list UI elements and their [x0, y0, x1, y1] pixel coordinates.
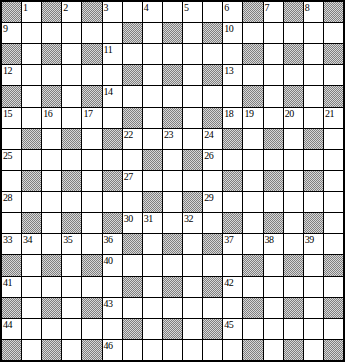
block-cell	[243, 86, 262, 106]
grid-cell[interactable]: 10	[223, 23, 242, 43]
grid-cell[interactable]	[42, 65, 61, 85]
grid-cell[interactable]: 14	[103, 86, 122, 106]
grid-cell[interactable]: 11	[103, 44, 122, 64]
grid-cell[interactable]	[22, 298, 41, 318]
grid-cell[interactable]	[284, 171, 303, 191]
grid-cell[interactable]	[163, 44, 182, 64]
grid-cell[interactable]	[284, 192, 303, 212]
clue-number: 42	[224, 277, 233, 288]
clue-number: 16	[43, 108, 52, 119]
clue-number: 19	[244, 108, 253, 119]
grid-cell[interactable]	[143, 86, 162, 106]
block-cell	[284, 2, 303, 22]
grid-cell[interactable]: 46	[103, 340, 122, 360]
block-cell	[324, 298, 343, 318]
block-cell	[62, 129, 81, 149]
grid-cell[interactable]	[123, 298, 142, 318]
block-cell	[243, 255, 262, 275]
grid-cell[interactable]: 17	[82, 108, 101, 128]
grid-cell[interactable]: 19	[243, 108, 262, 128]
grid-cell[interactable]	[264, 23, 283, 43]
grid-cell[interactable]: 28	[2, 192, 21, 212]
grid-cell[interactable]	[264, 108, 283, 128]
clue-number: 11	[104, 44, 113, 55]
grid-cell[interactable]	[163, 171, 182, 191]
grid-cell[interactable]: 44	[2, 319, 21, 339]
clue-number: 12	[3, 65, 12, 76]
grid-cell[interactable]	[243, 171, 262, 191]
block-cell	[143, 150, 162, 170]
clue-number: 34	[23, 234, 32, 245]
grid-cell[interactable]	[42, 150, 61, 170]
grid-cell[interactable]	[22, 319, 41, 339]
block-cell	[143, 192, 162, 212]
grid-cell[interactable]	[22, 44, 41, 64]
block-cell	[2, 44, 21, 64]
block-cell	[203, 23, 222, 43]
grid-cell[interactable]	[163, 150, 182, 170]
grid-cell[interactable]	[223, 298, 242, 318]
grid-cell[interactable]	[143, 23, 162, 43]
grid-cell[interactable]: 15	[2, 108, 21, 128]
grid-cell[interactable]	[304, 150, 323, 170]
grid-cell[interactable]	[264, 192, 283, 212]
grid-cell[interactable]	[324, 277, 343, 297]
grid-cell[interactable]	[123, 192, 142, 212]
clue-number: 25	[3, 150, 12, 161]
block-cell	[223, 171, 242, 191]
block-cell	[324, 2, 343, 22]
block-cell	[304, 213, 323, 233]
grid-cell[interactable]	[203, 171, 222, 191]
grid-cell[interactable]	[324, 65, 343, 85]
grid-cell[interactable]	[264, 65, 283, 85]
grid-cell[interactable]	[82, 213, 101, 233]
grid-cell[interactable]	[304, 192, 323, 212]
clue-number: 38	[265, 234, 274, 245]
grid-cell[interactable]	[304, 340, 323, 360]
clue-number: 41	[3, 277, 12, 288]
grid-cell[interactable]	[103, 23, 122, 43]
block-cell	[223, 129, 242, 149]
grid-cell[interactable]	[264, 340, 283, 360]
grid-cell[interactable]	[22, 108, 41, 128]
clue-number: 6	[224, 2, 229, 13]
grid-cell[interactable]	[304, 298, 323, 318]
grid-cell[interactable]	[324, 213, 343, 233]
clue-number: 36	[104, 234, 113, 245]
grid-cell[interactable]	[123, 340, 142, 360]
grid-cell[interactable]	[324, 129, 343, 149]
clue-number: 30	[124, 213, 133, 224]
grid-cell[interactable]: 20	[284, 108, 303, 128]
clue-number: 7	[265, 2, 270, 13]
grid-cell[interactable]	[62, 23, 81, 43]
grid-cell[interactable]	[62, 86, 81, 106]
grid-cell[interactable]: 8	[304, 2, 323, 22]
grid-cell[interactable]	[243, 150, 262, 170]
grid-cell[interactable]	[62, 277, 81, 297]
grid-cell[interactable]	[324, 234, 343, 254]
grid-cell[interactable]	[264, 44, 283, 64]
block-cell	[123, 108, 142, 128]
grid-cell[interactable]	[223, 340, 242, 360]
grid-cell[interactable]	[82, 192, 101, 212]
grid-cell[interactable]	[82, 171, 101, 191]
grid-cell[interactable]: 21	[324, 108, 343, 128]
block-cell	[123, 65, 142, 85]
grid-cell[interactable]: 13	[223, 65, 242, 85]
grid-cell[interactable]	[103, 192, 122, 212]
grid-cell[interactable]	[143, 319, 162, 339]
grid-cell[interactable]	[183, 44, 202, 64]
block-cell	[123, 319, 142, 339]
grid-cell[interactable]: 7	[264, 2, 283, 22]
grid-cell[interactable]	[103, 108, 122, 128]
block-cell	[243, 44, 262, 64]
block-cell	[42, 2, 61, 22]
block-cell	[22, 213, 41, 233]
grid-cell[interactable]	[223, 86, 242, 106]
grid-cell[interactable]: 40	[103, 255, 122, 275]
grid-cell[interactable]	[264, 277, 283, 297]
grid-cell[interactable]	[42, 277, 61, 297]
grid-cell[interactable]	[143, 129, 162, 149]
block-cell	[123, 23, 142, 43]
block-cell	[2, 86, 21, 106]
grid-cell[interactable]	[22, 150, 41, 170]
block-cell	[103, 129, 122, 149]
grid-cell[interactable]	[22, 23, 41, 43]
block-cell	[163, 277, 182, 297]
grid-cell[interactable]: 43	[103, 298, 122, 318]
clue-number: 13	[224, 65, 233, 76]
grid-cell[interactable]	[324, 192, 343, 212]
grid-cell[interactable]	[62, 319, 81, 339]
grid-cell[interactable]	[82, 319, 101, 339]
grid-cell[interactable]: 24	[203, 129, 222, 149]
grid-cell[interactable]	[324, 319, 343, 339]
grid-cell[interactable]	[243, 23, 262, 43]
grid-cell[interactable]	[143, 340, 162, 360]
grid-cell[interactable]: 9	[2, 23, 21, 43]
grid-cell[interactable]	[183, 23, 202, 43]
grid-cell[interactable]	[42, 234, 61, 254]
grid-cell[interactable]: 5	[183, 2, 202, 22]
block-cell	[284, 255, 303, 275]
grid-cell[interactable]: 2	[62, 2, 81, 22]
block-cell	[304, 171, 323, 191]
grid-cell[interactable]	[243, 277, 262, 297]
grid-cell[interactable]	[163, 298, 182, 318]
grid-cell[interactable]	[183, 65, 202, 85]
grid-cell[interactable]	[203, 340, 222, 360]
grid-cell[interactable]	[243, 129, 262, 149]
grid-cell[interactable]	[264, 298, 283, 318]
block-cell	[183, 192, 202, 212]
block-cell	[243, 2, 262, 22]
grid-cell[interactable]	[304, 108, 323, 128]
grid-cell[interactable]	[123, 150, 142, 170]
grid-cell[interactable]: 33	[2, 234, 21, 254]
clue-number: 22	[124, 129, 133, 140]
block-cell	[324, 340, 343, 360]
grid-cell[interactable]	[62, 192, 81, 212]
grid-cell[interactable]: 6	[223, 2, 242, 22]
grid-cell[interactable]	[163, 86, 182, 106]
grid-cell[interactable]	[304, 65, 323, 85]
grid-cell[interactable]	[183, 277, 202, 297]
grid-cell[interactable]	[223, 255, 242, 275]
grid-cell[interactable]	[183, 255, 202, 275]
grid-cell[interactable]	[183, 234, 202, 254]
grid-cell[interactable]	[243, 319, 262, 339]
grid-cell[interactable]	[264, 86, 283, 106]
grid-cell[interactable]	[203, 86, 222, 106]
block-cell	[203, 108, 222, 128]
grid-cell[interactable]	[243, 65, 262, 85]
grid-cell[interactable]	[163, 213, 182, 233]
grid-cell[interactable]	[143, 234, 162, 254]
grid-cell[interactable]	[42, 129, 61, 149]
grid-cell[interactable]	[304, 319, 323, 339]
block-cell	[82, 340, 101, 360]
grid-cell[interactable]	[42, 213, 61, 233]
block-cell	[82, 2, 101, 22]
grid-cell[interactable]	[163, 340, 182, 360]
grid-cell[interactable]	[82, 277, 101, 297]
grid-cell[interactable]	[163, 192, 182, 212]
block-cell	[82, 44, 101, 64]
clue-number: 28	[3, 192, 12, 203]
grid-cell[interactable]	[143, 108, 162, 128]
grid-cell[interactable]: 25	[2, 150, 21, 170]
clue-number: 2	[63, 2, 68, 13]
grid-cell[interactable]: 45	[223, 319, 242, 339]
block-cell	[103, 213, 122, 233]
grid-cell[interactable]	[123, 44, 142, 64]
grid-cell[interactable]: 16	[42, 108, 61, 128]
grid-cell[interactable]	[264, 150, 283, 170]
grid-cell[interactable]	[22, 65, 41, 85]
grid-cell[interactable]: 30	[123, 213, 142, 233]
grid-cell[interactable]	[42, 23, 61, 43]
clue-number: 37	[224, 234, 233, 245]
block-cell	[264, 171, 283, 191]
grid-cell[interactable]	[22, 277, 41, 297]
block-cell	[264, 213, 283, 233]
grid-cell[interactable]	[82, 129, 101, 149]
grid-cell[interactable]	[143, 44, 162, 64]
grid-cell[interactable]: 26	[203, 150, 222, 170]
grid-cell[interactable]: 39	[304, 234, 323, 254]
grid-cell[interactable]	[22, 192, 41, 212]
grid-cell[interactable]	[243, 213, 262, 233]
grid-cell[interactable]: 3	[103, 2, 122, 22]
grid-cell[interactable]	[82, 65, 101, 85]
grid-cell[interactable]	[143, 65, 162, 85]
grid-cell[interactable]	[42, 319, 61, 339]
grid-cell[interactable]	[203, 44, 222, 64]
grid-cell[interactable]	[82, 150, 101, 170]
grid-cell[interactable]	[103, 65, 122, 85]
block-cell	[103, 171, 122, 191]
grid-cell[interactable]	[2, 213, 21, 233]
grid-cell[interactable]	[243, 234, 262, 254]
grid-cell[interactable]: 35	[62, 234, 81, 254]
grid-cell[interactable]	[42, 171, 61, 191]
grid-cell[interactable]	[123, 255, 142, 275]
block-cell	[42, 298, 61, 318]
grid-cell[interactable]	[304, 23, 323, 43]
grid-cell[interactable]	[284, 213, 303, 233]
grid-cell[interactable]	[143, 171, 162, 191]
grid-cell[interactable]	[103, 150, 122, 170]
grid-cell[interactable]	[123, 2, 142, 22]
grid-cell[interactable]	[284, 129, 303, 149]
grid-cell[interactable]: 41	[2, 277, 21, 297]
block-cell	[2, 2, 21, 22]
clue-number: 45	[224, 319, 233, 330]
clue-number: 29	[204, 192, 213, 203]
grid-cell[interactable]	[62, 150, 81, 170]
grid-cell[interactable]	[284, 234, 303, 254]
grid-cell[interactable]: 27	[123, 171, 142, 191]
grid-cell[interactable]	[284, 150, 303, 170]
grid-cell[interactable]	[223, 192, 242, 212]
clue-number: 5	[184, 2, 189, 13]
grid-cell[interactable]	[183, 86, 202, 106]
clue-number: 33	[3, 234, 12, 245]
grid-cell[interactable]	[203, 2, 222, 22]
grid-cell[interactable]: 4	[143, 2, 162, 22]
clue-number: 14	[104, 86, 113, 97]
grid-cell[interactable]	[62, 44, 81, 64]
grid-cell[interactable]	[62, 255, 81, 275]
grid-cell[interactable]	[183, 108, 202, 128]
grid-cell[interactable]	[223, 44, 242, 64]
clue-number: 1	[23, 2, 28, 13]
grid-cell[interactable]	[143, 298, 162, 318]
grid-cell[interactable]: 42	[223, 277, 242, 297]
grid-cell[interactable]	[62, 298, 81, 318]
grid-cell[interactable]: 29	[203, 192, 222, 212]
grid-cell[interactable]	[82, 23, 101, 43]
block-cell	[163, 108, 182, 128]
grid-cell[interactable]: 1	[22, 2, 41, 22]
block-cell	[82, 298, 101, 318]
grid-cell[interactable]: 32	[183, 213, 202, 233]
block-cell	[163, 234, 182, 254]
grid-cell[interactable]	[284, 23, 303, 43]
grid-cell[interactable]	[324, 150, 343, 170]
grid-cell[interactable]	[62, 108, 81, 128]
clue-number: 17	[83, 108, 92, 119]
grid-cell[interactable]	[143, 255, 162, 275]
block-cell	[42, 340, 61, 360]
block-cell	[42, 44, 61, 64]
clue-number: 3	[104, 2, 109, 13]
grid-cell[interactable]	[22, 86, 41, 106]
block-cell	[2, 298, 21, 318]
grid-cell[interactable]	[243, 192, 262, 212]
grid-cell[interactable]	[203, 213, 222, 233]
block-cell	[264, 129, 283, 149]
grid-cell[interactable]	[183, 319, 202, 339]
block-cell	[304, 129, 323, 149]
block-cell	[62, 171, 81, 191]
grid-cell[interactable]	[324, 23, 343, 43]
block-cell	[82, 86, 101, 106]
grid-cell[interactable]	[22, 255, 41, 275]
grid-cell[interactable]	[183, 171, 202, 191]
grid-cell[interactable]: 34	[22, 234, 41, 254]
clue-number: 32	[184, 213, 193, 224]
grid-cell[interactable]	[183, 298, 202, 318]
grid-cell[interactable]	[123, 86, 142, 106]
grid-cell[interactable]	[103, 277, 122, 297]
grid-cell[interactable]: 37	[223, 234, 242, 254]
block-cell	[163, 23, 182, 43]
grid-cell[interactable]	[203, 255, 222, 275]
block-cell	[243, 298, 262, 318]
block-cell	[62, 213, 81, 233]
grid-cell[interactable]	[183, 129, 202, 149]
grid-cell[interactable]	[284, 319, 303, 339]
grid-cell[interactable]	[203, 298, 222, 318]
grid-cell[interactable]: 22	[123, 129, 142, 149]
grid-cell[interactable]: 12	[2, 65, 21, 85]
block-cell	[284, 298, 303, 318]
grid-cell[interactable]	[2, 171, 21, 191]
grid-cell[interactable]	[22, 340, 41, 360]
grid-cell[interactable]: 18	[223, 108, 242, 128]
grid-cell[interactable]	[324, 171, 343, 191]
grid-cell[interactable]	[304, 44, 323, 64]
block-cell	[203, 319, 222, 339]
grid-cell[interactable]	[103, 319, 122, 339]
block-cell	[203, 65, 222, 85]
grid-cell[interactable]: 36	[103, 234, 122, 254]
grid-cell[interactable]	[304, 86, 323, 106]
grid-cell[interactable]	[284, 65, 303, 85]
grid-cell[interactable]	[264, 319, 283, 339]
grid-cell[interactable]	[284, 277, 303, 297]
clue-number: 44	[3, 319, 12, 330]
block-cell	[223, 213, 242, 233]
grid-cell[interactable]	[62, 65, 81, 85]
grid-cell[interactable]: 31	[143, 213, 162, 233]
grid-cell[interactable]	[62, 340, 81, 360]
clue-number: 31	[144, 213, 153, 224]
grid-cell[interactable]	[42, 192, 61, 212]
grid-cell[interactable]	[304, 277, 323, 297]
grid-cell[interactable]	[163, 2, 182, 22]
block-cell	[2, 255, 21, 275]
grid-cell[interactable]: 23	[163, 129, 182, 149]
grid-cell[interactable]	[82, 234, 101, 254]
block-cell	[123, 277, 142, 297]
grid-cell[interactable]	[304, 255, 323, 275]
grid-cell[interactable]	[264, 255, 283, 275]
grid-cell[interactable]	[223, 150, 242, 170]
block-cell	[82, 255, 101, 275]
grid-cell[interactable]	[143, 277, 162, 297]
grid-cell[interactable]	[163, 255, 182, 275]
grid-cell[interactable]	[2, 129, 21, 149]
grid-cell[interactable]	[183, 340, 202, 360]
grid-cell[interactable]: 38	[264, 234, 283, 254]
